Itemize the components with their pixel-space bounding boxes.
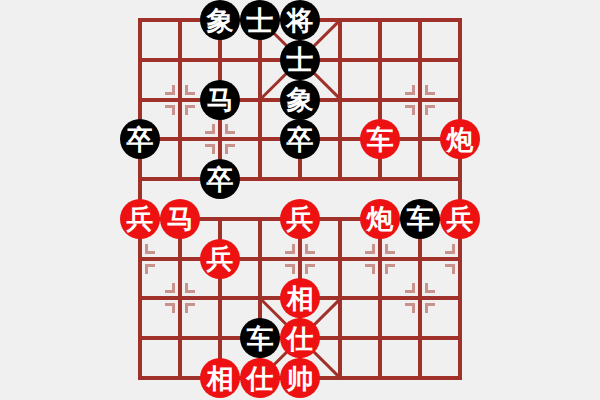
grid-line [178,217,182,380]
point-marker [305,244,315,254]
point-marker [205,144,215,154]
piece-red-soldier[interactable]: 兵 [440,199,480,239]
piece-black-elephant[interactable]: 象 [280,80,320,120]
piece-black-elephant[interactable]: 象 [200,0,240,40]
point-marker [165,105,175,115]
piece-black-advisor[interactable]: 士 [280,40,320,80]
point-marker [365,264,375,274]
point-marker [225,124,235,134]
point-marker [445,264,455,274]
point-marker [165,303,175,313]
grid-line [178,18,182,181]
point-marker [405,85,415,95]
grid-line [378,217,382,380]
piece-black-horse[interactable]: 马 [200,80,240,120]
point-marker [185,303,195,313]
grid-line [418,217,422,380]
point-marker [425,85,435,95]
piece-red-cannon[interactable]: 炮 [440,119,480,159]
point-marker [425,303,435,313]
point-marker [425,105,435,115]
point-marker [165,85,175,95]
point-marker [285,244,295,254]
piece-black-advisor[interactable]: 士 [240,0,280,40]
point-marker [185,105,195,115]
point-marker [385,244,395,254]
piece-black-chariot[interactable]: 车 [400,199,440,239]
piece-red-general[interactable]: 帅 [280,358,320,398]
piece-red-soldier[interactable]: 兵 [120,199,160,239]
piece-red-soldier[interactable]: 兵 [200,239,240,279]
piece-red-advisor[interactable]: 仕 [280,318,320,358]
screen: 象士将士马象卒卒卒车车车炮兵马兵炮兵兵相仕相仕帅 [0,0,600,400]
point-marker [365,244,375,254]
piece-black-soldier[interactable]: 卒 [200,159,240,199]
point-marker [405,105,415,115]
grid-line [418,18,422,181]
piece-red-soldier[interactable]: 兵 [280,199,320,239]
point-marker [305,264,315,274]
point-marker [445,244,455,254]
point-marker [405,283,415,293]
xiangqi-board[interactable]: 象士将士马象卒卒卒车车车炮兵马兵炮兵兵相仕相仕帅 [0,0,600,400]
point-marker [425,283,435,293]
piece-red-cannon[interactable]: 炮 [360,199,400,239]
point-marker [405,303,415,313]
point-marker [385,264,395,274]
piece-black-chariot[interactable]: 车 [240,318,280,358]
piece-red-elephant[interactable]: 相 [200,358,240,398]
piece-red-horse[interactable]: 马 [160,199,200,239]
point-marker [185,283,195,293]
point-marker [145,264,155,274]
point-marker [285,264,295,274]
point-marker [165,283,175,293]
piece-black-general[interactable]: 将 [280,0,320,40]
point-marker [185,85,195,95]
point-marker [205,124,215,134]
piece-red-elephant[interactable]: 相 [280,278,320,318]
point-marker [225,144,235,154]
point-marker [145,244,155,254]
piece-red-advisor[interactable]: 仕 [240,358,280,398]
